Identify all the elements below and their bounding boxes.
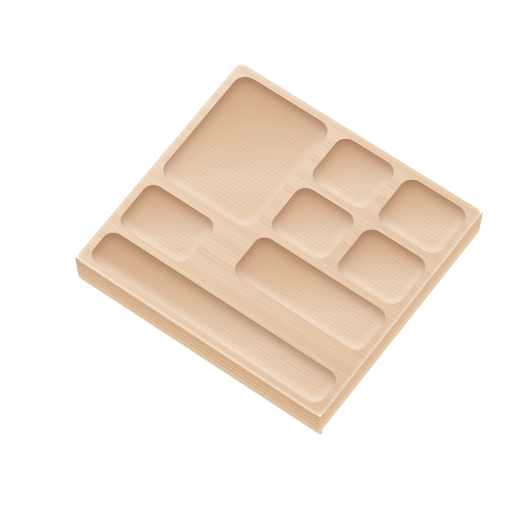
- product-photo-scene: Overhead product photo of an empty 8-com…: [0, 0, 512, 512]
- sorting-tray-board: [75, 62, 483, 418]
